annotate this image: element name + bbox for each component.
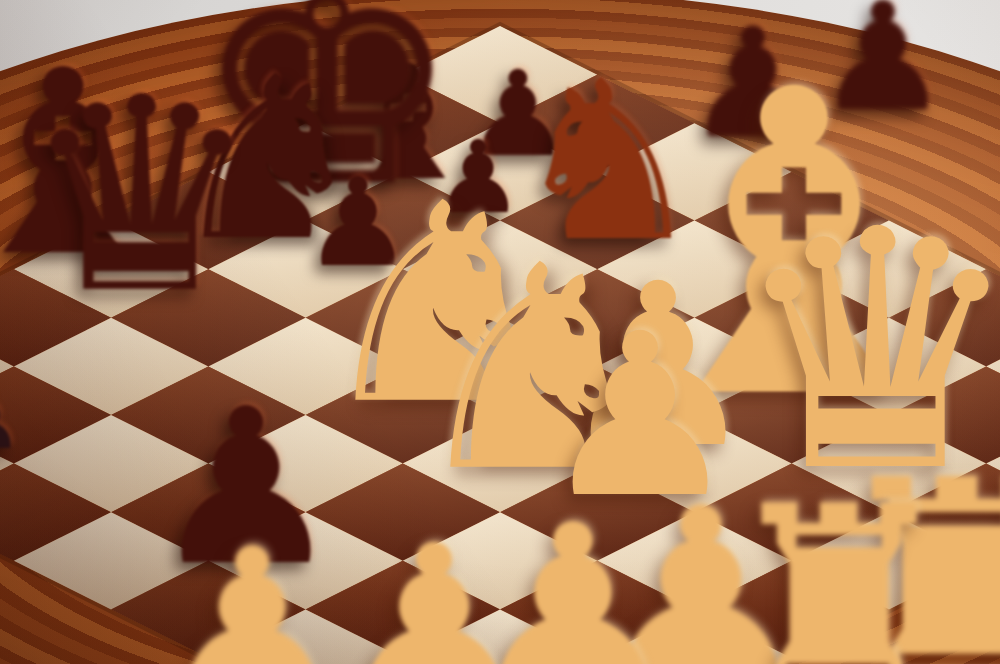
dark-edge-fragment: ♟ xyxy=(0,385,22,460)
pieces-layer: ♝♛♞♚♝♟♟♟♞♟♟♟♟♞♞♟♟♝♛♟♟♟♟♜♜ xyxy=(0,0,1000,664)
light-pawn-g2: ♟ xyxy=(333,516,535,664)
light-pawn-e1: ♟ xyxy=(156,520,349,664)
light-rook-g1: ♜ xyxy=(716,471,963,664)
chess-photo-scene: ♝♛♞♚♝♟♟♟♞♟♟♟♟♞♞♟♟♝♛♟♟♟♟♜♜ xyxy=(0,0,1000,664)
dark-queen-a6: ♛ xyxy=(21,62,261,330)
